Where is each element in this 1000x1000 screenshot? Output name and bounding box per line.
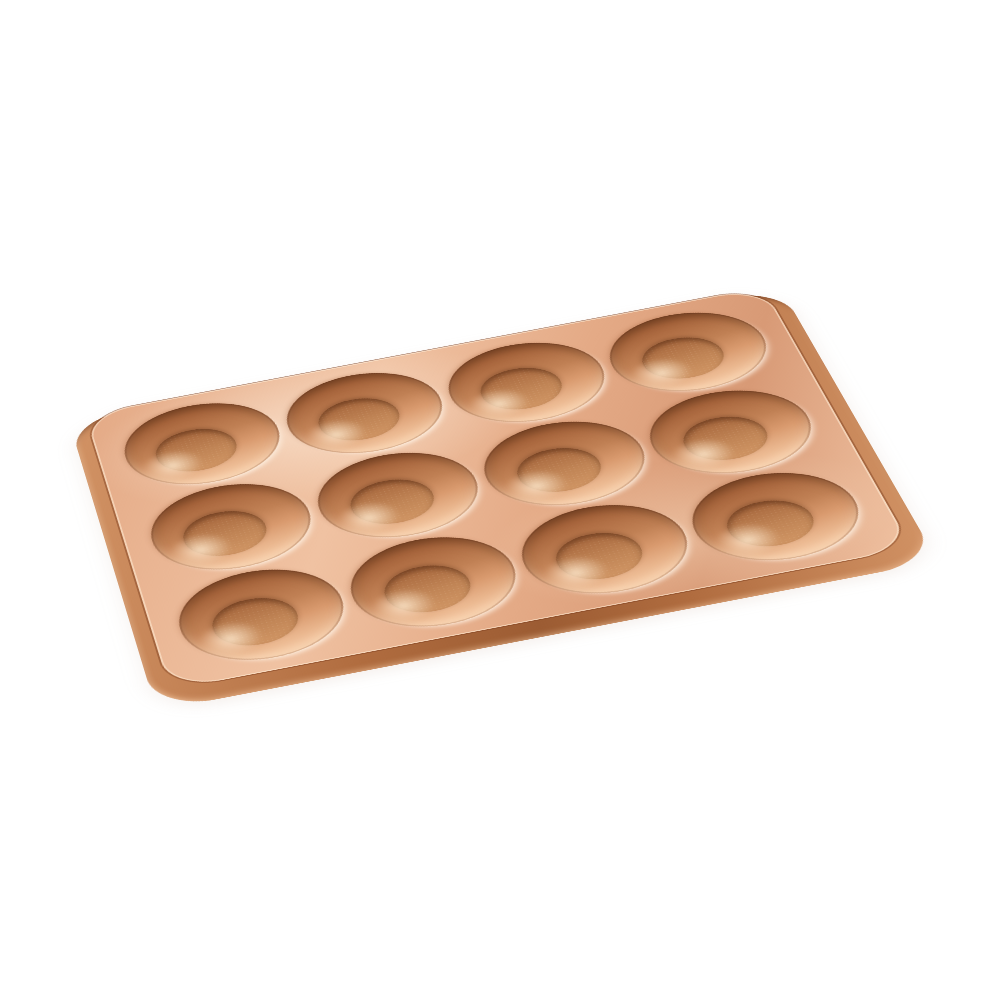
cup-floor xyxy=(150,423,243,477)
cup-floor xyxy=(509,442,609,498)
cup-floor xyxy=(675,411,777,467)
muffin-pan xyxy=(85,287,912,690)
muffin-cup-r2-c2 xyxy=(305,441,493,550)
product-caption: 12-Cup Copper Non-Stick Muffin Pan xyxy=(0,0,1,1)
cup-floor xyxy=(634,332,733,385)
photo-background: 12-Cup Copper Non-Stick Muffin Pan xyxy=(0,0,1000,1000)
muffin-pan-photo: 12-Cup Copper Non-Stick Muffin Pan xyxy=(0,0,1000,1000)
cup-floor xyxy=(473,362,570,415)
cup-floor xyxy=(343,473,441,530)
cup-floor xyxy=(206,592,305,652)
muffin-cup-r1-c3 xyxy=(434,331,620,433)
cup-grid xyxy=(85,287,763,415)
muffin-cup-r2-c1 xyxy=(140,472,324,582)
cup-floor xyxy=(177,505,273,562)
muffin-cup-r1-c1 xyxy=(114,392,292,496)
muffin-cup-r1-c2 xyxy=(274,362,456,465)
cup-floor xyxy=(718,494,824,552)
muffin-cup-r3-c2 xyxy=(337,525,532,639)
cup-floor xyxy=(377,559,478,619)
muffin-cup-r3-c1 xyxy=(167,557,358,672)
muffin-cup-r3-c3 xyxy=(506,493,705,606)
muffin-cup-r1-c4 xyxy=(594,301,784,402)
cup-floor xyxy=(548,527,652,586)
muffin-cup-r3-c4 xyxy=(675,461,878,573)
muffin-cup-r2-c3 xyxy=(469,410,661,518)
cup-floor xyxy=(312,392,407,446)
muffin-cup-r2-c4 xyxy=(633,379,829,486)
